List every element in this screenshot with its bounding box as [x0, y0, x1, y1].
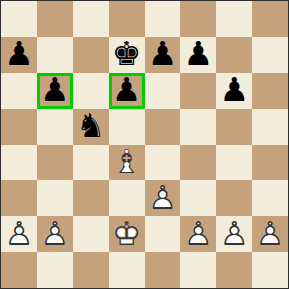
- square-c8[interactable]: [73, 1, 109, 37]
- piece-white-pawn[interactable]: ♟♙: [37, 216, 73, 252]
- square-d1[interactable]: [109, 252, 145, 288]
- square-h2[interactable]: ♟♙: [252, 216, 288, 252]
- square-a4[interactable]: [1, 145, 37, 181]
- piece-white-pawn[interactable]: ♟♙: [252, 216, 288, 252]
- black-king-icon: ♚: [112, 37, 142, 70]
- piece-black-pawn[interactable]: ♟: [216, 73, 252, 109]
- square-a6[interactable]: [1, 73, 37, 109]
- square-g2[interactable]: ♟♙: [216, 216, 252, 252]
- square-g7[interactable]: [216, 37, 252, 73]
- square-b5[interactable]: [37, 109, 73, 145]
- piece-black-pawn[interactable]: ♟: [37, 73, 73, 109]
- black-pawn-icon: ♟: [184, 37, 214, 70]
- square-b3[interactable]: [37, 180, 73, 216]
- square-f1[interactable]: [180, 252, 216, 288]
- square-d6[interactable]: ♟: [109, 73, 145, 109]
- square-g6[interactable]: ♟: [216, 73, 252, 109]
- square-d7[interactable]: ♚: [109, 37, 145, 73]
- piece-white-pawn[interactable]: ♟♙: [1, 216, 37, 252]
- piece-black-pawn[interactable]: ♟: [145, 37, 181, 73]
- square-e1[interactable]: [145, 252, 181, 288]
- chess-board-window: ♟♚♟♟♟♟♟♞♝♗♟♙♟♙♟♙♚♔♟♙♟♙♟♙: [0, 0, 289, 289]
- black-pawn-icon: ♟: [219, 73, 249, 106]
- square-f6[interactable]: [180, 73, 216, 109]
- square-h5[interactable]: [252, 109, 288, 145]
- square-c4[interactable]: [73, 145, 109, 181]
- square-e7[interactable]: ♟: [145, 37, 181, 73]
- black-knight-icon: ♞: [76, 109, 106, 142]
- square-a7[interactable]: ♟: [1, 37, 37, 73]
- white-king-outline-icon: ♔: [112, 217, 142, 250]
- square-c2[interactable]: [73, 216, 109, 252]
- square-h1[interactable]: [252, 252, 288, 288]
- square-b7[interactable]: [37, 37, 73, 73]
- square-e8[interactable]: [145, 1, 181, 37]
- square-e6[interactable]: [145, 73, 181, 109]
- square-h6[interactable]: [252, 73, 288, 109]
- piece-black-king[interactable]: ♚: [109, 37, 145, 73]
- square-e4[interactable]: [145, 145, 181, 181]
- square-e2[interactable]: [145, 216, 181, 252]
- white-bishop-outline-icon: ♗: [112, 145, 142, 178]
- square-b8[interactable]: [37, 1, 73, 37]
- square-e5[interactable]: [145, 109, 181, 145]
- white-pawn-outline-icon: ♙: [4, 217, 34, 250]
- piece-black-pawn[interactable]: ♟: [1, 37, 37, 73]
- square-g3[interactable]: [216, 180, 252, 216]
- black-pawn-icon: ♟: [112, 73, 142, 106]
- square-a3[interactable]: [1, 180, 37, 216]
- square-h8[interactable]: [252, 1, 288, 37]
- piece-white-king[interactable]: ♚♔: [109, 216, 145, 252]
- square-d5[interactable]: [109, 109, 145, 145]
- square-h4[interactable]: [252, 145, 288, 181]
- piece-white-pawn[interactable]: ♟♙: [145, 180, 181, 216]
- chess-board[interactable]: ♟♚♟♟♟♟♟♞♝♗♟♙♟♙♟♙♚♔♟♙♟♙♟♙: [0, 0, 289, 289]
- black-pawn-icon: ♟: [148, 37, 178, 70]
- square-a1[interactable]: [1, 252, 37, 288]
- white-pawn-outline-icon: ♙: [40, 217, 70, 250]
- square-g5[interactable]: [216, 109, 252, 145]
- square-g8[interactable]: [216, 1, 252, 37]
- square-d3[interactable]: [109, 180, 145, 216]
- square-c7[interactable]: [73, 37, 109, 73]
- square-b1[interactable]: [37, 252, 73, 288]
- piece-white-pawn[interactable]: ♟♙: [180, 216, 216, 252]
- square-d4[interactable]: ♝♗: [109, 145, 145, 181]
- square-a2[interactable]: ♟♙: [1, 216, 37, 252]
- square-c3[interactable]: [73, 180, 109, 216]
- piece-black-knight[interactable]: ♞: [73, 109, 109, 145]
- piece-white-bishop[interactable]: ♝♗: [109, 145, 145, 181]
- piece-black-pawn[interactable]: ♟: [180, 37, 216, 73]
- black-pawn-icon: ♟: [4, 37, 34, 70]
- piece-white-pawn[interactable]: ♟♙: [216, 216, 252, 252]
- square-f4[interactable]: [180, 145, 216, 181]
- square-g4[interactable]: [216, 145, 252, 181]
- black-pawn-icon: ♟: [40, 73, 70, 106]
- square-c5[interactable]: ♞: [73, 109, 109, 145]
- white-pawn-outline-icon: ♙: [148, 181, 178, 214]
- square-f7[interactable]: ♟: [180, 37, 216, 73]
- square-d8[interactable]: [109, 1, 145, 37]
- square-e3[interactable]: ♟♙: [145, 180, 181, 216]
- square-h7[interactable]: [252, 37, 288, 73]
- square-a5[interactable]: [1, 109, 37, 145]
- square-h3[interactable]: [252, 180, 288, 216]
- square-c1[interactable]: [73, 252, 109, 288]
- square-f2[interactable]: ♟♙: [180, 216, 216, 252]
- white-pawn-outline-icon: ♙: [255, 217, 285, 250]
- square-f5[interactable]: [180, 109, 216, 145]
- square-g1[interactable]: [216, 252, 252, 288]
- square-f3[interactable]: [180, 180, 216, 216]
- square-f8[interactable]: [180, 1, 216, 37]
- square-b4[interactable]: [37, 145, 73, 181]
- square-a8[interactable]: [1, 1, 37, 37]
- square-c6[interactable]: [73, 73, 109, 109]
- white-pawn-outline-icon: ♙: [219, 217, 249, 250]
- square-d2[interactable]: ♚♔: [109, 216, 145, 252]
- white-pawn-outline-icon: ♙: [184, 217, 214, 250]
- piece-black-pawn[interactable]: ♟: [109, 73, 145, 109]
- square-b6[interactable]: ♟: [37, 73, 73, 109]
- square-b2[interactable]: ♟♙: [37, 216, 73, 252]
